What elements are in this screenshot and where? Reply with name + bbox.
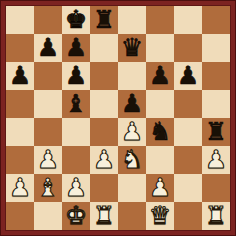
square-e8[interactable] (118, 6, 146, 34)
square-d5[interactable] (90, 90, 118, 118)
square-c3[interactable] (62, 146, 90, 174)
black-rook[interactable]: ♜ (205, 119, 227, 144)
square-g7[interactable] (174, 34, 202, 62)
square-c5[interactable]: ♝ (62, 90, 90, 118)
white-rook[interactable]: ♜ (93, 203, 115, 228)
white-pawn[interactable]: ♟ (93, 147, 115, 172)
white-bishop[interactable]: ♝ (37, 175, 59, 200)
black-pawn[interactable]: ♟ (121, 91, 143, 116)
square-f4[interactable]: ♞ (146, 118, 174, 146)
square-c8[interactable]: ♚ (62, 6, 90, 34)
square-d6[interactable] (90, 62, 118, 90)
square-b1[interactable] (34, 202, 62, 230)
black-rook[interactable]: ♜ (93, 7, 115, 32)
square-f3[interactable] (146, 146, 174, 174)
white-pawn[interactable]: ♟ (121, 119, 143, 144)
square-f7[interactable] (146, 34, 174, 62)
square-c4[interactable] (62, 118, 90, 146)
square-c2[interactable]: ♟ (62, 174, 90, 202)
square-b4[interactable] (34, 118, 62, 146)
square-a2[interactable]: ♟ (6, 174, 34, 202)
black-queen[interactable]: ♛ (121, 35, 143, 60)
square-a3[interactable] (6, 146, 34, 174)
white-king[interactable]: ♚ (65, 203, 87, 228)
black-king[interactable]: ♚ (65, 7, 87, 32)
square-d4[interactable] (90, 118, 118, 146)
black-pawn[interactable]: ♟ (9, 63, 31, 88)
square-h8[interactable] (202, 6, 230, 34)
square-a7[interactable] (6, 34, 34, 62)
board-frame: ♚♜♟♟♛♟♟♟♟♝♟♟♞♜♟♟♞♟♟♝♟♟♚♜♛♜ (0, 0, 236, 236)
square-e7[interactable]: ♛ (118, 34, 146, 62)
square-f6[interactable]: ♟ (146, 62, 174, 90)
square-b5[interactable] (34, 90, 62, 118)
square-f2[interactable]: ♟ (146, 174, 174, 202)
square-h3[interactable]: ♟ (202, 146, 230, 174)
square-e4[interactable]: ♟ (118, 118, 146, 146)
square-e5[interactable]: ♟ (118, 90, 146, 118)
square-h2[interactable] (202, 174, 230, 202)
black-pawn[interactable]: ♟ (37, 35, 59, 60)
square-d7[interactable] (90, 34, 118, 62)
black-pawn[interactable]: ♟ (149, 63, 171, 88)
black-pawn[interactable]: ♟ (177, 63, 199, 88)
white-pawn[interactable]: ♟ (65, 175, 87, 200)
square-g2[interactable] (174, 174, 202, 202)
square-b6[interactable] (34, 62, 62, 90)
black-knight[interactable]: ♞ (149, 119, 171, 144)
square-d3[interactable]: ♟ (90, 146, 118, 174)
square-a5[interactable] (6, 90, 34, 118)
square-a6[interactable]: ♟ (6, 62, 34, 90)
white-knight[interactable]: ♞ (121, 147, 143, 172)
square-g6[interactable]: ♟ (174, 62, 202, 90)
black-pawn[interactable]: ♟ (65, 35, 87, 60)
square-b8[interactable] (34, 6, 62, 34)
square-e6[interactable] (118, 62, 146, 90)
white-pawn[interactable]: ♟ (149, 175, 171, 200)
square-f1[interactable]: ♛ (146, 202, 174, 230)
square-h5[interactable] (202, 90, 230, 118)
square-d8[interactable]: ♜ (90, 6, 118, 34)
square-a1[interactable] (6, 202, 34, 230)
square-b7[interactable]: ♟ (34, 34, 62, 62)
square-g1[interactable] (174, 202, 202, 230)
square-e1[interactable] (118, 202, 146, 230)
white-rook[interactable]: ♜ (205, 203, 227, 228)
square-h1[interactable]: ♜ (202, 202, 230, 230)
square-g8[interactable] (174, 6, 202, 34)
square-e3[interactable]: ♞ (118, 146, 146, 174)
square-f8[interactable] (146, 6, 174, 34)
white-pawn[interactable]: ♟ (37, 147, 59, 172)
square-g5[interactable] (174, 90, 202, 118)
chessboard: ♚♜♟♟♛♟♟♟♟♝♟♟♞♜♟♟♞♟♟♝♟♟♚♜♛♜ (6, 6, 230, 230)
white-pawn[interactable]: ♟ (205, 147, 227, 172)
square-a8[interactable] (6, 6, 34, 34)
square-d1[interactable]: ♜ (90, 202, 118, 230)
black-bishop[interactable]: ♝ (65, 91, 87, 116)
square-g3[interactable] (174, 146, 202, 174)
square-h7[interactable] (202, 34, 230, 62)
square-c7[interactable]: ♟ (62, 34, 90, 62)
white-pawn[interactable]: ♟ (9, 175, 31, 200)
square-h4[interactable]: ♜ (202, 118, 230, 146)
black-pawn[interactable]: ♟ (65, 63, 87, 88)
square-e2[interactable] (118, 174, 146, 202)
square-a4[interactable] (6, 118, 34, 146)
square-h6[interactable] (202, 62, 230, 90)
square-c1[interactable]: ♚ (62, 202, 90, 230)
square-f5[interactable] (146, 90, 174, 118)
square-c6[interactable]: ♟ (62, 62, 90, 90)
square-g4[interactable] (174, 118, 202, 146)
square-b3[interactable]: ♟ (34, 146, 62, 174)
white-queen[interactable]: ♛ (149, 203, 171, 228)
square-b2[interactable]: ♝ (34, 174, 62, 202)
square-d2[interactable] (90, 174, 118, 202)
